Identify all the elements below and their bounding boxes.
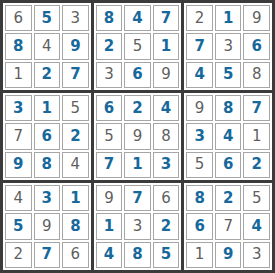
cell-r4c8[interactable]: 8: [215, 95, 242, 121]
cell-r5c6[interactable]: 8: [153, 123, 180, 149]
cell-r4c9[interactable]: 7: [243, 95, 270, 121]
cell-r3c3[interactable]: 7: [62, 62, 89, 88]
cell-r8c7[interactable]: 6: [186, 213, 213, 239]
box-6: 987341562: [184, 93, 272, 180]
cell-r3c1[interactable]: 1: [5, 62, 32, 88]
box-7: 431598276: [3, 183, 91, 270]
cell-r7c7[interactable]: 8: [186, 185, 213, 211]
cell-r4c4[interactable]: 6: [96, 95, 123, 121]
cell-r5c9[interactable]: 1: [243, 123, 270, 149]
cell-r1c1[interactable]: 6: [5, 5, 32, 31]
cell-r8c5[interactable]: 3: [124, 213, 151, 239]
cell-r3c4[interactable]: 3: [96, 62, 123, 88]
cell-r6c7[interactable]: 5: [186, 152, 213, 178]
cell-r5c3[interactable]: 2: [62, 123, 89, 149]
cell-r9c4[interactable]: 4: [96, 242, 123, 268]
cell-r1c7[interactable]: 2: [186, 5, 213, 31]
cell-r1c5[interactable]: 4: [124, 5, 151, 31]
cell-r8c2[interactable]: 9: [34, 213, 61, 239]
box-3: 219736458: [184, 3, 272, 90]
cell-r6c4[interactable]: 7: [96, 152, 123, 178]
cell-r6c9[interactable]: 2: [243, 152, 270, 178]
cell-r1c8[interactable]: 1: [215, 5, 242, 31]
cell-r9c9[interactable]: 3: [243, 242, 270, 268]
box-5: 624598713: [94, 93, 182, 180]
cell-r2c6[interactable]: 1: [153, 33, 180, 59]
cell-r7c4[interactable]: 9: [96, 185, 123, 211]
cell-r2c2[interactable]: 4: [34, 33, 61, 59]
cell-r6c8[interactable]: 6: [215, 152, 242, 178]
cell-r2c4[interactable]: 2: [96, 33, 123, 59]
cell-r2c3[interactable]: 9: [62, 33, 89, 59]
cell-r9c3[interactable]: 6: [62, 242, 89, 268]
box-2: 847251369: [94, 3, 182, 90]
cell-r4c1[interactable]: 3: [5, 95, 32, 121]
cell-r2c9[interactable]: 6: [243, 33, 270, 59]
cell-r2c8[interactable]: 3: [215, 33, 242, 59]
cell-r3c9[interactable]: 8: [243, 62, 270, 88]
cell-r9c6[interactable]: 5: [153, 242, 180, 268]
cell-r6c2[interactable]: 8: [34, 152, 61, 178]
sudoku-board: 653849127 847251369 219736458 315762984 …: [0, 0, 275, 273]
cell-r2c1[interactable]: 8: [5, 33, 32, 59]
cell-r7c6[interactable]: 6: [153, 185, 180, 211]
cell-r2c5[interactable]: 5: [124, 33, 151, 59]
cell-r7c1[interactable]: 4: [5, 185, 32, 211]
cell-r2c7[interactable]: 7: [186, 33, 213, 59]
cell-r5c5[interactable]: 9: [124, 123, 151, 149]
cell-r7c2[interactable]: 3: [34, 185, 61, 211]
cell-r6c3[interactable]: 4: [62, 152, 89, 178]
cell-r1c9[interactable]: 9: [243, 5, 270, 31]
cell-r4c7[interactable]: 9: [186, 95, 213, 121]
cell-r7c5[interactable]: 7: [124, 185, 151, 211]
cell-r8c6[interactable]: 2: [153, 213, 180, 239]
cell-r4c5[interactable]: 2: [124, 95, 151, 121]
cell-r3c5[interactable]: 6: [124, 62, 151, 88]
cell-r4c3[interactable]: 5: [62, 95, 89, 121]
cell-r6c5[interactable]: 1: [124, 152, 151, 178]
cell-r3c2[interactable]: 2: [34, 62, 61, 88]
box-8: 976132485: [94, 183, 182, 270]
cell-r5c7[interactable]: 3: [186, 123, 213, 149]
cell-r8c3[interactable]: 8: [62, 213, 89, 239]
box-9: 825674193: [184, 183, 272, 270]
cell-r9c2[interactable]: 7: [34, 242, 61, 268]
cell-r8c8[interactable]: 7: [215, 213, 242, 239]
cell-r9c8[interactable]: 9: [215, 242, 242, 268]
cell-r8c1[interactable]: 5: [5, 213, 32, 239]
cell-r7c9[interactable]: 5: [243, 185, 270, 211]
cell-r6c1[interactable]: 9: [5, 152, 32, 178]
cell-r3c6[interactable]: 9: [153, 62, 180, 88]
cell-r1c3[interactable]: 3: [62, 5, 89, 31]
cell-r5c2[interactable]: 6: [34, 123, 61, 149]
cell-r1c2[interactable]: 5: [34, 5, 61, 31]
cell-r5c1[interactable]: 7: [5, 123, 32, 149]
cell-r8c4[interactable]: 1: [96, 213, 123, 239]
cell-r3c8[interactable]: 5: [215, 62, 242, 88]
cell-r4c2[interactable]: 1: [34, 95, 61, 121]
cell-r7c3[interactable]: 1: [62, 185, 89, 211]
cell-r5c8[interactable]: 4: [215, 123, 242, 149]
cell-r7c8[interactable]: 2: [215, 185, 242, 211]
cell-r9c1[interactable]: 2: [5, 242, 32, 268]
box-1: 653849127: [3, 3, 91, 90]
cell-r9c5[interactable]: 8: [124, 242, 151, 268]
cell-r9c7[interactable]: 1: [186, 242, 213, 268]
box-4: 315762984: [3, 93, 91, 180]
cell-r6c6[interactable]: 3: [153, 152, 180, 178]
cell-r1c4[interactable]: 8: [96, 5, 123, 31]
cell-r1c6[interactable]: 7: [153, 5, 180, 31]
cell-r8c9[interactable]: 4: [243, 213, 270, 239]
cell-r4c6[interactable]: 4: [153, 95, 180, 121]
cell-r3c7[interactable]: 4: [186, 62, 213, 88]
cell-r5c4[interactable]: 5: [96, 123, 123, 149]
